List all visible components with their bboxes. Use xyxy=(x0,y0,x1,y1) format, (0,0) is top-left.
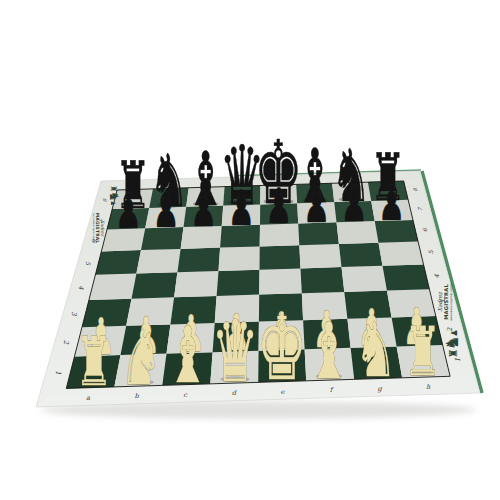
piece-white-knight-g1: ♞ xyxy=(355,307,397,395)
square-a4 xyxy=(89,274,136,301)
square-h4 xyxy=(383,265,430,291)
rank-label-left-2: 2 xyxy=(62,340,70,345)
square-e4 xyxy=(259,268,302,294)
square-e5 xyxy=(260,245,301,270)
piece-black-pawn-d7: ♟ xyxy=(228,179,255,237)
rank-label-left-1: 1 xyxy=(54,370,63,375)
piece-white-knight-b1: ♞ xyxy=(120,314,162,402)
piece-black-pawn-g7: ♟ xyxy=(340,175,367,233)
square-b4 xyxy=(132,272,178,299)
square-g5 xyxy=(339,243,383,267)
piece-black-pawn-e7: ♟ xyxy=(265,178,292,236)
brand-name-line2-bottom-right: MAGISTRAL xyxy=(443,283,449,319)
piece-white-rook-a1: ♜ xyxy=(75,323,113,401)
piece-white-bishop-f1: ♝ xyxy=(307,306,350,396)
piece-white-queen-d1: ♛ xyxy=(211,301,259,401)
square-b5 xyxy=(136,249,180,274)
square-f4 xyxy=(301,267,345,293)
piece-white-rook-h1: ♜ xyxy=(404,312,442,390)
piece-black-pawn-c7: ♟ xyxy=(190,180,217,238)
brand-url-bottom-right: www.xadrezmagistral.com.br xyxy=(450,282,453,321)
chessboard: abcdefgh1122334455667788♜♞♟XadrezMAGISTR… xyxy=(0,0,500,500)
square-f5 xyxy=(299,244,341,269)
chessboard-product-photo: abcdefgh1122334455667788♜♞♟XadrezMAGISTR… xyxy=(0,0,500,500)
piece-black-pawn-a7: ♟ xyxy=(115,182,142,240)
brand-name-line1-top-left: Xadrez xyxy=(100,220,105,237)
square-c5 xyxy=(177,248,220,273)
square-d5 xyxy=(219,246,260,271)
piece-black-pawn-h7: ♟ xyxy=(378,174,405,232)
piece-white-king-e1: ♚ xyxy=(256,294,307,401)
square-a5 xyxy=(95,250,141,275)
square-h5 xyxy=(379,241,424,265)
square-c4 xyxy=(174,271,218,297)
square-g4 xyxy=(342,266,387,292)
piece-white-bishop-c1: ♝ xyxy=(166,310,209,400)
logo-pawn-icon-bottom-right: ♟ xyxy=(449,329,459,337)
brand-name-line1-bottom-right: Xadrez xyxy=(437,291,443,312)
square-d4 xyxy=(217,270,260,296)
piece-black-pawn-f7: ♟ xyxy=(303,176,330,234)
piece-black-pawn-b7: ♟ xyxy=(152,181,179,239)
